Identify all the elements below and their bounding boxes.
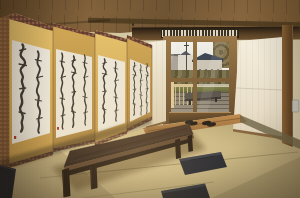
floor-objects-layer — [0, 0, 300, 198]
photo-japanese-room — [0, 0, 300, 198]
